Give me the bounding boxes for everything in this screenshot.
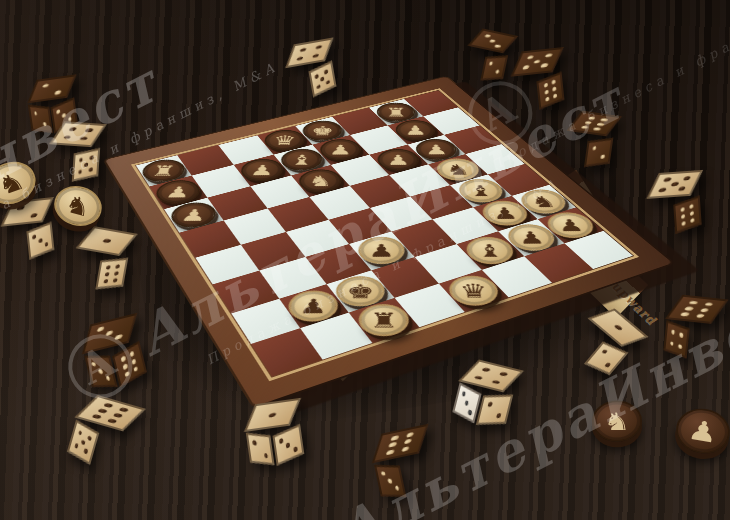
die-pip	[131, 358, 136, 365]
white-knight[interactable]: ♞	[519, 190, 568, 214]
die-face-left	[246, 433, 275, 466]
die-pip	[115, 334, 123, 340]
die-pip	[468, 410, 472, 416]
die-pip	[596, 123, 604, 127]
die-pip	[113, 413, 124, 418]
die-pip	[388, 478, 393, 483]
die-face-top	[647, 170, 703, 199]
die-pip	[587, 116, 595, 120]
die-face-left	[663, 321, 689, 360]
die-pip	[685, 306, 695, 310]
die-face-right	[272, 425, 303, 467]
die-pip	[683, 176, 692, 180]
die-pip	[593, 127, 601, 131]
white-pawn[interactable]: ♟	[287, 290, 338, 321]
die-pip	[83, 162, 87, 167]
die-pip	[78, 169, 82, 174]
die-pip	[604, 362, 610, 367]
die-pip	[670, 341, 674, 347]
wooden-die[interactable]	[0, 198, 54, 258]
die-pip	[268, 412, 277, 417]
loose-black-knight[interactable]: ♞	[592, 401, 642, 442]
die-pip	[102, 403, 113, 408]
die-face-right	[71, 148, 99, 181]
loose-black-pawn[interactable]: ♟	[673, 405, 730, 458]
die-pip	[689, 210, 693, 216]
die-pip	[74, 443, 79, 450]
die-pip	[325, 69, 329, 74]
die-pip	[406, 432, 415, 438]
wooden-die[interactable]	[563, 109, 617, 168]
die-pip	[55, 90, 62, 94]
die-pip	[105, 272, 110, 277]
die-pip	[491, 380, 501, 385]
loose-white-knight[interactable]: ♞	[50, 181, 107, 231]
die-pip	[96, 327, 104, 333]
die-pip	[401, 446, 410, 452]
die-pip	[68, 127, 77, 131]
die-pip	[315, 45, 322, 49]
die-face-top	[665, 295, 728, 324]
die-pip	[678, 344, 682, 350]
die-face-right	[26, 221, 54, 259]
white-rook[interactable]: ♜	[358, 304, 409, 336]
die-face-top	[566, 111, 622, 137]
die-pip	[390, 435, 399, 441]
die-face-left	[67, 420, 99, 465]
die-pip	[106, 376, 111, 381]
wooden-die[interactable]	[663, 293, 723, 359]
die-pip	[388, 442, 397, 448]
die-pip	[79, 137, 88, 141]
wooden-die[interactable]	[646, 170, 702, 232]
die-face-right	[584, 138, 613, 168]
wooden-die[interactable]	[77, 314, 147, 389]
die-pip	[678, 187, 687, 191]
die-face-right	[475, 395, 512, 425]
die-pip	[600, 118, 608, 122]
die-pip	[317, 84, 321, 89]
die-pip	[584, 121, 592, 125]
wooden-die[interactable]	[66, 391, 141, 471]
die-pip	[97, 408, 108, 413]
die-pip	[264, 454, 268, 459]
die-pip	[44, 241, 48, 246]
die-pip	[34, 112, 37, 116]
wooden-die[interactable]	[282, 38, 338, 98]
die-pip	[682, 220, 686, 226]
die-pip	[30, 213, 38, 217]
die-pip	[690, 217, 694, 223]
die-pip	[102, 239, 111, 243]
die-pip	[658, 188, 667, 192]
die-pip	[499, 372, 509, 377]
die-pip	[680, 312, 690, 316]
die-pip	[106, 265, 111, 270]
die-pip	[105, 331, 113, 337]
die-face-right	[95, 258, 128, 290]
die-pip	[124, 370, 129, 377]
die-face-left	[28, 105, 53, 133]
die-face-right	[112, 341, 146, 387]
die-pip	[312, 54, 319, 58]
die-pip	[129, 350, 134, 357]
die-pip	[404, 439, 413, 445]
die-pip	[381, 471, 386, 476]
die-pip	[81, 439, 86, 446]
die-pip	[38, 238, 42, 243]
die-pip	[63, 136, 72, 140]
die-pip	[315, 74, 319, 79]
white-pawn[interactable]: ♟	[358, 237, 405, 264]
die-pip	[679, 333, 683, 339]
white-king[interactable]: ♚	[335, 276, 384, 306]
die-pip	[321, 77, 325, 82]
die-pip	[91, 414, 102, 419]
die-pip	[671, 330, 675, 336]
die-pip	[473, 375, 483, 380]
die-pip	[57, 110, 61, 115]
die-face-left	[374, 465, 406, 497]
wooden-die[interactable]	[48, 120, 101, 179]
wooden-die[interactable]	[71, 224, 132, 290]
die-pip	[253, 441, 257, 446]
die-pip	[133, 365, 138, 372]
die-pip	[112, 278, 117, 283]
die-pip	[32, 234, 36, 239]
die-pip	[700, 308, 710, 312]
die-pip	[593, 146, 597, 150]
die-pip	[113, 271, 118, 276]
die-pip	[681, 213, 685, 219]
die-pip	[395, 485, 400, 490]
die-pip	[386, 449, 395, 455]
die-pip	[115, 264, 120, 269]
die-pip	[481, 367, 491, 372]
chess-board: ♜♛♚♜♟♟♝♟♟♟♞♟♟♞♝♟♟♞♟♚♝♟♟♜♛	[168, 6, 576, 414]
die-pip	[88, 166, 92, 171]
die-pip	[107, 418, 118, 423]
die-pip	[689, 301, 699, 305]
die-pip	[84, 448, 89, 455]
die-pip	[465, 400, 469, 406]
die-pip	[704, 302, 714, 306]
die-pip	[299, 48, 306, 52]
die-pip	[78, 430, 83, 437]
die-pip	[293, 447, 298, 453]
die-pip	[327, 80, 331, 85]
die-pip	[601, 155, 605, 159]
wooden-die[interactable]	[242, 399, 304, 467]
table-surface: push upward Game Set push upward ♜♛♚♜♟♟♝…	[0, 0, 730, 520]
black-pawn[interactable]: ♟	[378, 149, 420, 170]
die-face-right	[673, 195, 702, 234]
die-pip	[91, 362, 96, 367]
die-pip	[43, 123, 46, 127]
die-pip	[42, 84, 49, 88]
die-pip	[286, 443, 291, 449]
die-pip	[98, 369, 103, 374]
die-pip	[689, 203, 693, 209]
die-pip	[63, 113, 67, 118]
wooden-die[interactable]	[368, 425, 437, 499]
die-pip	[85, 129, 94, 133]
die-pip	[671, 182, 680, 186]
die-pip	[79, 157, 83, 162]
die-pip	[87, 435, 92, 442]
die-face-top	[372, 424, 429, 463]
die-pip	[17, 206, 25, 210]
die-pip	[496, 414, 501, 418]
die-pip	[580, 126, 588, 130]
die-face-top	[50, 121, 107, 146]
die-pip	[121, 355, 126, 362]
die-pip	[122, 363, 127, 370]
die-pip	[89, 155, 93, 160]
die-pip	[296, 57, 303, 61]
die-pip	[118, 407, 129, 412]
board-grid: ♜♛♚♜♟♟♝♟♟♟♞♟♟♞♝♟♟♞♟♚♝♟♟♜♛	[136, 91, 633, 377]
die-pip	[462, 391, 466, 397]
die-pip	[601, 349, 607, 354]
die-pip	[279, 438, 284, 444]
die-pip	[614, 325, 623, 331]
die-pip	[695, 314, 705, 318]
die-pip	[104, 279, 109, 284]
die-pip	[681, 206, 685, 212]
die-pip	[487, 402, 492, 406]
die-pip	[663, 178, 672, 182]
die-face-top	[76, 226, 138, 255]
